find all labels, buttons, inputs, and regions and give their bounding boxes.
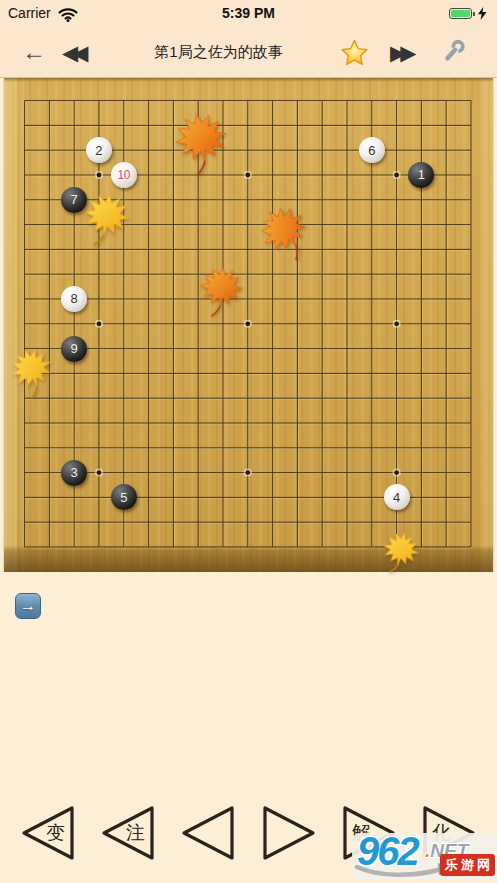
toolbar-button-label: 变 xyxy=(46,820,65,846)
fast-forward-button[interactable]: ▶▶ xyxy=(390,42,410,63)
toolbar-button-variation[interactable]: 变 xyxy=(19,803,78,863)
wrench-tools-icon[interactable] xyxy=(441,38,467,64)
stone-white-8: 8 xyxy=(61,286,87,312)
clock: 5:39 PM xyxy=(0,5,497,21)
next-move-arrow-button[interactable]: → xyxy=(15,593,41,619)
lower-panel: → 变 注 解 化 962 .NET 乐游网 xyxy=(0,572,497,883)
stone-black-5: 5 xyxy=(111,484,137,510)
stones-grid: 12345678910 xyxy=(12,88,483,559)
stone-black-3: 3 xyxy=(61,460,87,486)
toolbar-button-label: 注 xyxy=(126,820,145,846)
watermark-962: 962 xyxy=(357,833,418,874)
toolbar-button-prev[interactable] xyxy=(179,803,238,863)
status-bar: Carrier 5:39 PM xyxy=(0,0,497,27)
stone-black-9: 9 xyxy=(61,336,87,362)
watermark: 962 .NET 乐游网 xyxy=(352,833,497,879)
rewind-button[interactable]: ◀◀ xyxy=(62,42,82,63)
stone-white-10: 10 xyxy=(111,162,137,188)
stone-white-4: 4 xyxy=(384,484,410,510)
stone-black-7: 7 xyxy=(61,187,87,213)
go-board[interactable]: 12345678910 xyxy=(4,78,493,572)
navigation-bar: ← ◀◀ 第1局之佐为的故事 ▶▶ xyxy=(0,27,497,78)
battery-icon xyxy=(449,7,487,20)
stone-white-2: 2 xyxy=(86,137,112,163)
stone-black-1: 1 xyxy=(408,162,434,188)
toolbar-button-next[interactable] xyxy=(259,803,318,863)
watermark-tagline: 乐游网 xyxy=(440,854,495,876)
stone-white-6: 6 xyxy=(359,137,385,163)
back-button[interactable]: ← xyxy=(22,40,46,64)
toolbar-button-annotation[interactable]: 注 xyxy=(99,803,158,863)
favorite-star-icon[interactable] xyxy=(341,39,368,66)
page-title: 第1局之佐为的故事 xyxy=(90,43,347,62)
charging-bolt-icon xyxy=(478,7,487,20)
